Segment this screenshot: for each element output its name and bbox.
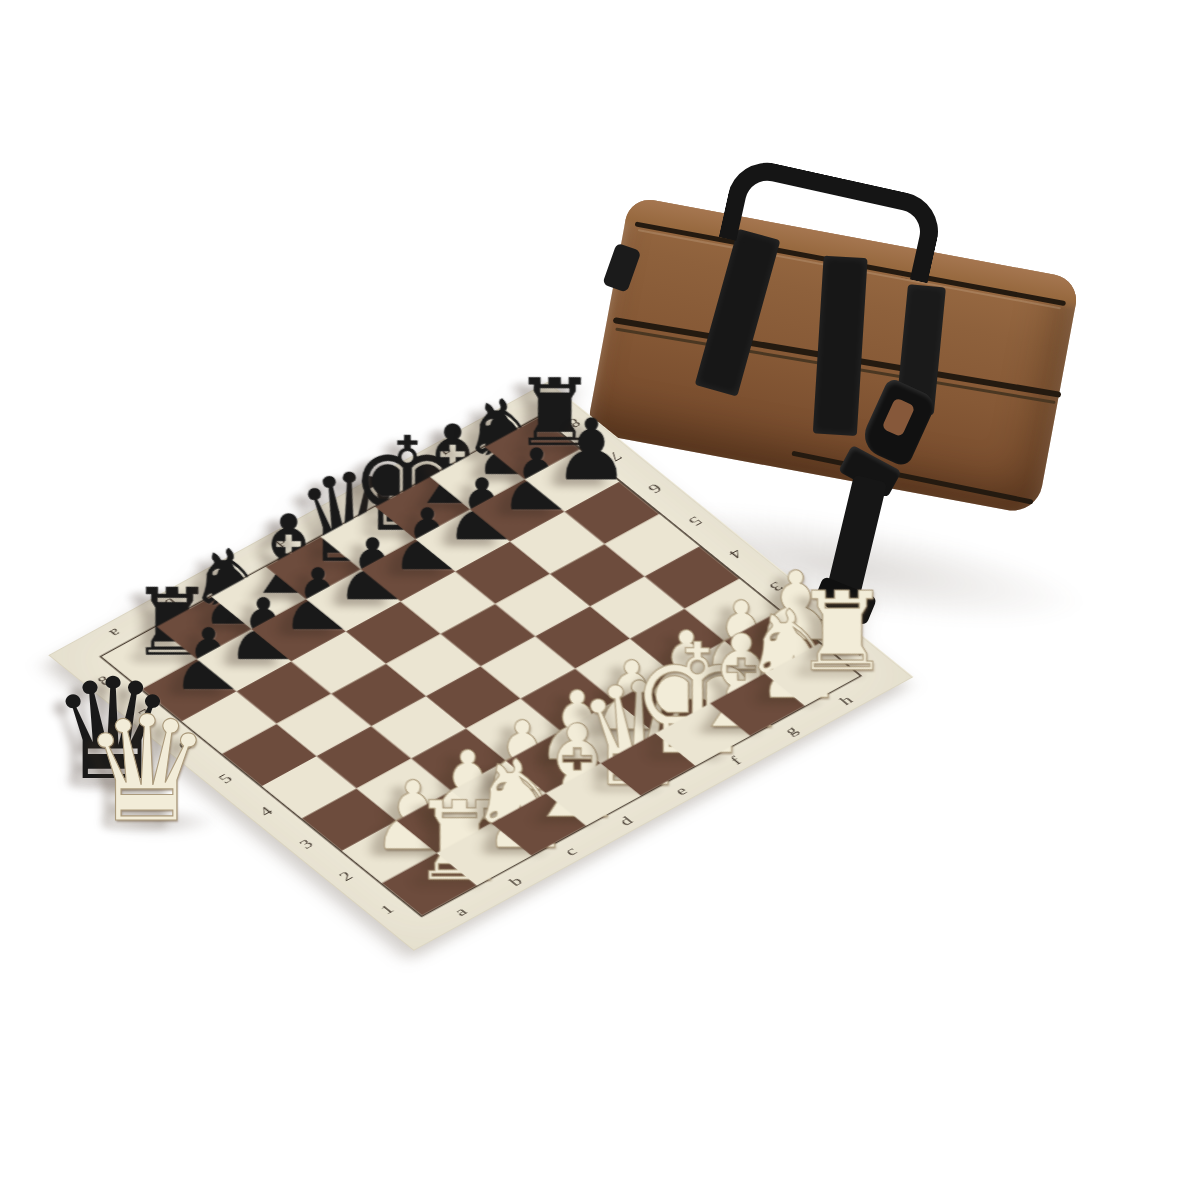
chess-carrying-bag <box>586 196 1080 515</box>
bag-zipper-bottom <box>791 451 1033 505</box>
piece-white-rook-h1[interactable]: ♜ <box>793 577 860 686</box>
bag-corner-tab <box>602 243 641 293</box>
extra-white-queen[interactable]: ♛ <box>62 696 232 842</box>
piece-black-pawn-h7[interactable]: ♟ <box>553 407 620 492</box>
bag-handle-strap-left <box>695 229 781 397</box>
bag-handle-strap-right <box>813 256 868 436</box>
